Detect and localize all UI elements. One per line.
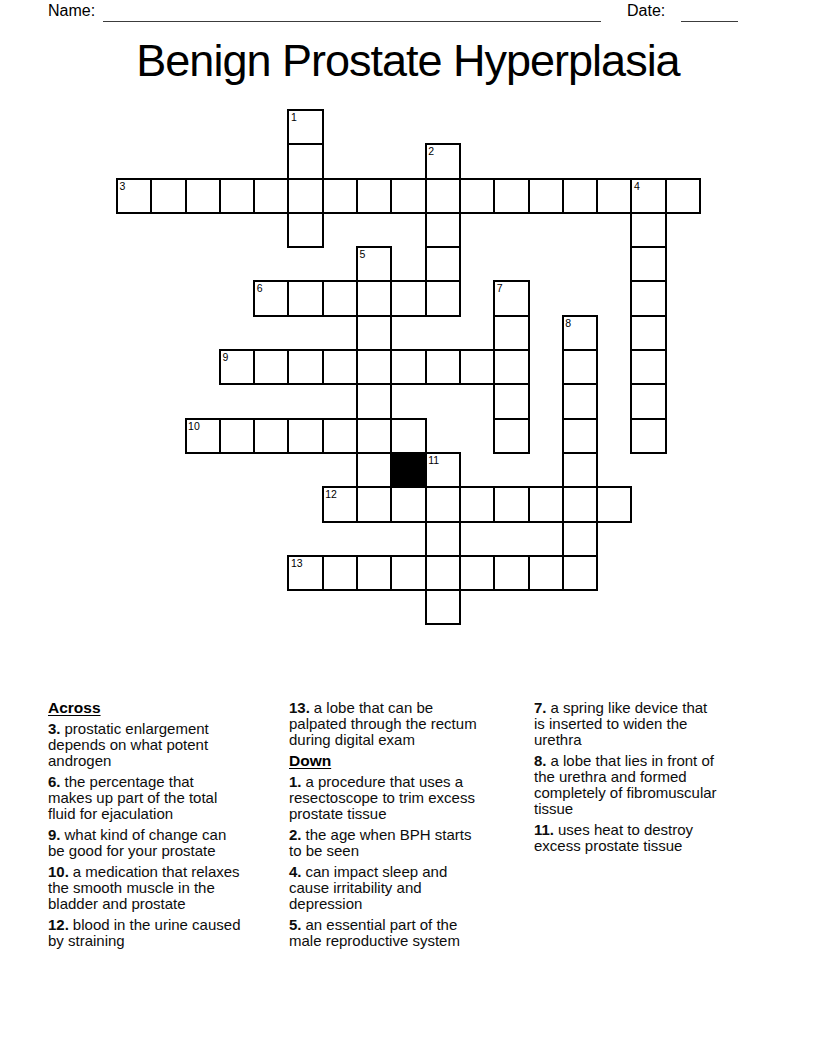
grid-cell[interactable] xyxy=(185,178,221,214)
cell-number: 6 xyxy=(257,282,263,294)
grid-cell[interactable] xyxy=(390,418,426,454)
cell-number: 4 xyxy=(634,180,640,192)
clue-down-7: 7.a spring like device that is inserted … xyxy=(534,700,774,748)
cell-number: 1 xyxy=(291,111,297,123)
grid-cell[interactable] xyxy=(390,349,426,385)
grid-cell[interactable] xyxy=(425,246,461,282)
grid-cell[interactable] xyxy=(425,280,461,316)
grid-cell[interactable] xyxy=(493,349,529,385)
clue-column-2: 13.a lobe that can be palpated through t… xyxy=(289,700,529,954)
grid-cell[interactable] xyxy=(219,178,255,214)
grid-cell[interactable] xyxy=(630,315,666,351)
grid-cell[interactable] xyxy=(390,280,426,316)
grid-cell[interactable] xyxy=(356,178,392,214)
grid-cell[interactable] xyxy=(287,349,323,385)
clue-text: an essential part of the male reproducti… xyxy=(289,916,460,949)
date-label: Date: xyxy=(627,2,665,20)
grid-cell[interactable]: 1 xyxy=(287,109,323,145)
name-input-line[interactable] xyxy=(103,21,601,22)
grid-cell[interactable] xyxy=(287,418,323,454)
grid-cell[interactable] xyxy=(356,349,392,385)
clue-number: 11. xyxy=(534,821,554,838)
cell-number: 7 xyxy=(497,282,503,294)
grid-cell[interactable] xyxy=(596,486,632,522)
date-input-line[interactable] xyxy=(681,21,738,22)
clue-down-1: 1.a procedure that uses a resectoscope t… xyxy=(289,774,529,822)
grid-cell[interactable]: 9 xyxy=(219,349,255,385)
grid-cell[interactable] xyxy=(528,555,564,591)
cell-number: 3 xyxy=(120,180,126,192)
grid-cell[interactable] xyxy=(528,178,564,214)
grid-cell[interactable]: 5 xyxy=(356,246,392,282)
grid-cell[interactable] xyxy=(596,178,632,214)
grid-cell[interactable]: 12 xyxy=(322,486,358,522)
grid-cell[interactable] xyxy=(630,212,666,248)
cell-number: 13 xyxy=(291,557,303,569)
page-title: Benign Prostate Hyperplasia xyxy=(0,34,816,88)
grid-cell[interactable] xyxy=(665,178,701,214)
grid-cell[interactable] xyxy=(390,486,426,522)
grid-cell[interactable] xyxy=(562,486,598,522)
clue-number: 7. xyxy=(534,699,547,716)
grid-cell[interactable] xyxy=(493,315,529,351)
grid-cell[interactable]: 3 xyxy=(116,178,152,214)
grid-cell[interactable] xyxy=(425,555,461,591)
grid-cell[interactable] xyxy=(356,280,392,316)
grid-cell[interactable] xyxy=(253,349,289,385)
grid-cell[interactable] xyxy=(287,212,323,248)
grid-cell[interactable] xyxy=(150,178,186,214)
clue-number: 1. xyxy=(289,773,302,790)
grid-cell[interactable] xyxy=(219,418,255,454)
grid-cell[interactable] xyxy=(562,555,598,591)
cell-number: 12 xyxy=(325,488,337,500)
clue-down-11: 11.uses heat to destroy excess prostate … xyxy=(534,822,774,854)
grid-cell[interactable] xyxy=(425,212,461,248)
grid-cell[interactable] xyxy=(356,486,392,522)
grid-cell[interactable] xyxy=(287,143,323,179)
grid-cell[interactable] xyxy=(459,486,495,522)
clue-across-10: 10.a medication that relaxes the smooth … xyxy=(48,864,288,912)
clue-text: a spring like device that is inserted to… xyxy=(534,699,707,748)
grid-cell[interactable] xyxy=(425,521,461,557)
grid-cell[interactable]: 13 xyxy=(287,555,323,591)
clue-across-3: 3.prostatic enlargement depends on what … xyxy=(48,721,288,769)
grid-cell[interactable] xyxy=(356,383,392,419)
grid-cell[interactable] xyxy=(562,521,598,557)
grid-cell[interactable] xyxy=(322,418,358,454)
clue-text: the age when BPH starts to be seen xyxy=(289,826,471,859)
clue-text: the percentage that makes up part of the… xyxy=(48,773,217,822)
grid-cell[interactable] xyxy=(630,418,666,454)
clue-text: a medication that relaxes the smooth mus… xyxy=(48,863,240,912)
clue-column-1: Across 3.prostatic enlargement depends o… xyxy=(48,700,288,954)
grid-cell[interactable] xyxy=(390,555,426,591)
grid-cell[interactable]: 7 xyxy=(493,280,529,316)
clue-across-6: 6.the percentage that makes up part of t… xyxy=(48,774,288,822)
grid-cell[interactable] xyxy=(562,383,598,419)
grid-cell[interactable] xyxy=(630,280,666,316)
grid-cell[interactable] xyxy=(562,418,598,454)
grid-cell[interactable] xyxy=(287,178,323,214)
grid-cell[interactable] xyxy=(528,486,564,522)
grid-cell[interactable] xyxy=(562,349,598,385)
clue-column-3: 7.a spring like device that is inserted … xyxy=(534,700,774,859)
clue-number: 13. xyxy=(289,699,310,716)
grid-cell[interactable]: 8 xyxy=(562,315,598,351)
grid-cell[interactable] xyxy=(322,178,358,214)
clue-across-9: 9.what kind of change can be good for yo… xyxy=(48,827,288,859)
clue-down-4: 4.can impact sleep and cause irritabilit… xyxy=(289,864,529,912)
grid-cell[interactable] xyxy=(356,315,392,351)
grid-cell[interactable] xyxy=(322,280,358,316)
cell-number: 5 xyxy=(360,248,366,260)
clue-number: 8. xyxy=(534,752,547,769)
grid-cell[interactable] xyxy=(493,555,529,591)
cell-number: 9 xyxy=(222,351,228,363)
grid-cell[interactable] xyxy=(562,452,598,488)
clue-number: 3. xyxy=(48,720,61,737)
grid-cell[interactable] xyxy=(562,178,598,214)
grid-cell[interactable]: 10 xyxy=(185,418,221,454)
grid-cell[interactable]: 4 xyxy=(630,178,666,214)
grid-cell[interactable] xyxy=(322,349,358,385)
name-label: Name: xyxy=(48,2,95,20)
grid-cell[interactable] xyxy=(356,452,392,488)
clue-text: blood in the urine caused by straining xyxy=(48,916,240,949)
clue-number: 10. xyxy=(48,863,69,880)
grid-cell[interactable] xyxy=(425,178,461,214)
grid-cell[interactable] xyxy=(425,589,461,625)
clue-text: what kind of change can be good for your… xyxy=(48,826,226,859)
grid-cell-black xyxy=(390,452,426,488)
grid-cell[interactable] xyxy=(493,486,529,522)
grid-cell[interactable] xyxy=(459,178,495,214)
cell-number: 8 xyxy=(565,317,571,329)
grid-cell[interactable]: 6 xyxy=(253,280,289,316)
worksheet-page: Name: Date: Benign Prostate Hyperplasia … xyxy=(0,0,816,1056)
cell-number: 2 xyxy=(428,145,434,157)
cell-number: 10 xyxy=(188,420,200,432)
grid-cell[interactable] xyxy=(493,178,529,214)
grid-cell[interactable] xyxy=(459,555,495,591)
cell-number: 11 xyxy=(428,454,439,466)
grid-cell[interactable]: 2 xyxy=(425,143,461,179)
clue-number: 5. xyxy=(289,916,302,933)
grid-cell[interactable] xyxy=(630,349,666,385)
clue-number: 2. xyxy=(289,826,302,843)
clue-across-12: 12.blood in the urine caused by strainin… xyxy=(48,917,288,949)
clue-text: uses heat to destroy excess prostate tis… xyxy=(534,821,693,854)
clue-number: 12. xyxy=(48,916,69,933)
grid-cell[interactable] xyxy=(356,555,392,591)
clue-down-8: 8.a lobe that lies in front of the ureth… xyxy=(534,753,774,817)
clue-down-5: 5.an essential part of the male reproduc… xyxy=(289,917,529,949)
clue-across-13: 13.a lobe that can be palpated through t… xyxy=(289,700,529,748)
clue-text: can impact sleep and cause irritability … xyxy=(289,863,447,912)
clue-number: 4. xyxy=(289,863,302,880)
grid-cell[interactable] xyxy=(425,486,461,522)
grid-cell[interactable] xyxy=(356,418,392,454)
grid-cell[interactable] xyxy=(425,349,461,385)
down-heading: Down xyxy=(289,753,529,769)
clue-number: 9. xyxy=(48,826,61,843)
grid-cell[interactable] xyxy=(390,178,426,214)
grid-cell[interactable] xyxy=(253,418,289,454)
grid-cell[interactable] xyxy=(322,555,358,591)
grid-cell[interactable]: 11 xyxy=(425,452,461,488)
grid-cell[interactable] xyxy=(630,383,666,419)
grid-cell[interactable] xyxy=(459,349,495,385)
grid-cell[interactable] xyxy=(630,246,666,282)
clue-text: a lobe that can be palpated through the … xyxy=(289,699,477,748)
grid-cell[interactable] xyxy=(493,418,529,454)
clue-text: prostatic enlargement depends on what po… xyxy=(48,720,209,769)
clue-down-2: 2.the age when BPH starts to be seen xyxy=(289,827,529,859)
grid-cell[interactable] xyxy=(493,383,529,419)
clue-text: a procedure that uses a resectoscope to … xyxy=(289,773,475,822)
across-heading: Across xyxy=(48,700,288,716)
clue-number: 6. xyxy=(48,773,61,790)
crossword-grid: 12345678910111213 xyxy=(117,110,700,624)
grid-cell[interactable] xyxy=(253,178,289,214)
clue-text: a lobe that lies in front of the urethra… xyxy=(534,752,717,817)
grid-cell[interactable] xyxy=(287,280,323,316)
